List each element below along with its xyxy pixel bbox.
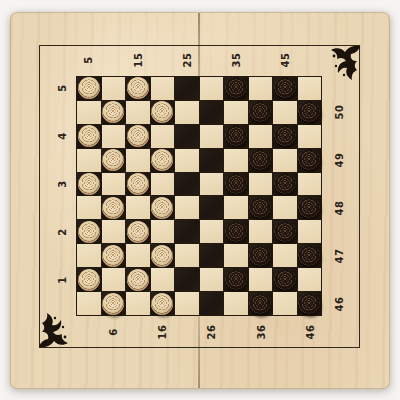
- checker-piece-light[interactable]: [102, 149, 124, 171]
- square[interactable]: [249, 244, 273, 267]
- checker-piece-dark[interactable]: [225, 77, 247, 99]
- square[interactable]: [298, 77, 322, 100]
- checker-piece-light[interactable]: [78, 173, 100, 195]
- square[interactable]: [200, 77, 224, 100]
- square[interactable]: [224, 77, 248, 100]
- square[interactable]: [151, 125, 175, 148]
- checker-piece-dark[interactable]: [298, 293, 320, 315]
- checker-piece-light[interactable]: [127, 221, 149, 243]
- square[interactable]: [175, 196, 199, 219]
- checker-piece-dark[interactable]: [274, 173, 296, 195]
- square[interactable]: [126, 268, 150, 291]
- square[interactable]: [175, 101, 199, 124]
- floral-corner-ornament-icon: [38, 313, 69, 347]
- square[interactable]: [126, 196, 150, 219]
- checker-piece-light[interactable]: [127, 77, 149, 99]
- square-number-label: 35: [230, 53, 241, 68]
- square[interactable]: [249, 220, 273, 243]
- square[interactable]: [224, 149, 248, 172]
- square[interactable]: [102, 268, 126, 291]
- square[interactable]: [175, 125, 199, 148]
- square[interactable]: [126, 125, 150, 148]
- square[interactable]: [102, 173, 126, 196]
- square[interactable]: [273, 173, 297, 196]
- checker-piece-dark[interactable]: [225, 269, 247, 291]
- checker-piece-light[interactable]: [127, 125, 149, 147]
- square[interactable]: [298, 244, 322, 267]
- square[interactable]: [249, 292, 273, 315]
- checker-piece-dark[interactable]: [249, 245, 271, 267]
- square[interactable]: [200, 149, 224, 172]
- square[interactable]: [224, 292, 248, 315]
- checker-piece-dark[interactable]: [298, 101, 320, 123]
- square[interactable]: [175, 220, 199, 243]
- square[interactable]: [175, 244, 199, 267]
- square[interactable]: [298, 125, 322, 148]
- square[interactable]: [224, 101, 248, 124]
- square[interactable]: [224, 125, 248, 148]
- square[interactable]: [224, 173, 248, 196]
- checker-piece-light[interactable]: [151, 245, 173, 267]
- square[interactable]: [151, 77, 175, 100]
- checker-piece-dark[interactable]: [298, 149, 320, 171]
- square[interactable]: [102, 149, 126, 172]
- square[interactable]: [175, 268, 199, 291]
- square[interactable]: [273, 101, 297, 124]
- checker-piece-light[interactable]: [78, 77, 100, 99]
- square[interactable]: [298, 173, 322, 196]
- square-number-label: 1: [57, 276, 68, 283]
- square[interactable]: [77, 244, 101, 267]
- square-number-label: 4: [57, 132, 68, 139]
- square[interactable]: [102, 125, 126, 148]
- square[interactable]: [77, 220, 101, 243]
- square[interactable]: [175, 292, 199, 315]
- square[interactable]: [298, 292, 322, 315]
- square-number-label: 45: [280, 53, 291, 68]
- square-number-label: 5: [83, 56, 94, 63]
- square-number-label: 3: [57, 180, 68, 187]
- square-number-label: 48: [334, 201, 345, 216]
- square[interactable]: [102, 220, 126, 243]
- square[interactable]: [249, 101, 273, 124]
- square[interactable]: [77, 292, 101, 315]
- square[interactable]: [126, 101, 150, 124]
- checker-piece-light[interactable]: [102, 245, 124, 267]
- square[interactable]: [200, 101, 224, 124]
- square[interactable]: [151, 292, 175, 315]
- checker-piece-light[interactable]: [127, 269, 149, 291]
- square[interactable]: [77, 196, 101, 219]
- square[interactable]: [102, 244, 126, 267]
- square[interactable]: [126, 149, 150, 172]
- square-number-label: 25: [181, 53, 192, 68]
- square[interactable]: [224, 220, 248, 243]
- square[interactable]: [126, 173, 150, 196]
- square[interactable]: [77, 125, 101, 148]
- square[interactable]: [249, 149, 273, 172]
- square[interactable]: [249, 173, 273, 196]
- checker-piece-light[interactable]: [127, 173, 149, 195]
- board[interactable]: [76, 76, 322, 316]
- square[interactable]: [77, 173, 101, 196]
- square[interactable]: [298, 149, 322, 172]
- square[interactable]: [175, 149, 199, 172]
- square[interactable]: [249, 77, 273, 100]
- square-number-label: 5: [57, 84, 68, 91]
- checker-piece-dark[interactable]: [298, 197, 320, 219]
- square[interactable]: [273, 268, 297, 291]
- square-number-label: 6: [107, 328, 118, 335]
- checker-piece-dark[interactable]: [249, 197, 271, 219]
- square[interactable]: [151, 149, 175, 172]
- square[interactable]: [77, 268, 101, 291]
- checker-piece-dark[interactable]: [249, 101, 271, 123]
- square[interactable]: [151, 173, 175, 196]
- square[interactable]: [102, 196, 126, 219]
- checker-piece-dark[interactable]: [298, 245, 320, 267]
- checker-piece-light[interactable]: [102, 101, 124, 123]
- square[interactable]: [249, 268, 273, 291]
- square[interactable]: [273, 77, 297, 100]
- square[interactable]: [273, 244, 297, 267]
- square[interactable]: [249, 125, 273, 148]
- square[interactable]: [151, 101, 175, 124]
- checker-piece-light[interactable]: [151, 197, 173, 219]
- checker-piece-dark[interactable]: [274, 125, 296, 147]
- board-photo: 515253545543215049484746616263646: [0, 0, 400, 400]
- square[interactable]: [200, 173, 224, 196]
- square[interactable]: [102, 77, 126, 100]
- square[interactable]: [102, 292, 126, 315]
- square[interactable]: [102, 101, 126, 124]
- square[interactable]: [175, 173, 199, 196]
- square-number-label: 2: [57, 228, 68, 235]
- square[interactable]: [77, 101, 101, 124]
- square[interactable]: [151, 196, 175, 219]
- square[interactable]: [151, 244, 175, 267]
- square[interactable]: [298, 101, 322, 124]
- square[interactable]: [77, 77, 101, 100]
- square[interactable]: [224, 268, 248, 291]
- square-number-label: 49: [334, 153, 345, 168]
- checker-piece-light[interactable]: [151, 101, 173, 123]
- square-number-label: 46: [334, 297, 345, 312]
- square-number-label: 26: [206, 325, 217, 340]
- square[interactable]: [224, 244, 248, 267]
- square[interactable]: [151, 268, 175, 291]
- square[interactable]: [273, 196, 297, 219]
- square-number-label: 46: [304, 325, 315, 340]
- checker-piece-light[interactable]: [102, 293, 124, 315]
- square[interactable]: [126, 292, 150, 315]
- square[interactable]: [175, 77, 199, 100]
- square[interactable]: [200, 268, 224, 291]
- square[interactable]: [200, 292, 224, 315]
- square[interactable]: [249, 196, 273, 219]
- checker-piece-dark[interactable]: [249, 293, 271, 315]
- square[interactable]: [273, 220, 297, 243]
- square-number-label: 47: [334, 249, 345, 264]
- checker-piece-dark[interactable]: [225, 125, 247, 147]
- square[interactable]: [200, 196, 224, 219]
- checker-piece-light[interactable]: [78, 221, 100, 243]
- checker-piece-light[interactable]: [102, 197, 124, 219]
- square[interactable]: [273, 149, 297, 172]
- square[interactable]: [126, 244, 150, 267]
- checker-piece-light[interactable]: [151, 149, 173, 171]
- square[interactable]: [126, 220, 150, 243]
- square[interactable]: [126, 77, 150, 100]
- square[interactable]: [273, 125, 297, 148]
- square[interactable]: [298, 196, 322, 219]
- checker-piece-light[interactable]: [151, 293, 173, 315]
- square[interactable]: [200, 244, 224, 267]
- square[interactable]: [151, 220, 175, 243]
- checker-piece-dark[interactable]: [274, 269, 296, 291]
- square[interactable]: [224, 196, 248, 219]
- checker-piece-dark[interactable]: [225, 173, 247, 195]
- checker-piece-light[interactable]: [78, 125, 100, 147]
- checker-piece-dark[interactable]: [225, 221, 247, 243]
- square-number-label: 15: [132, 53, 143, 68]
- square[interactable]: [200, 125, 224, 148]
- checker-piece-dark[interactable]: [249, 149, 271, 171]
- checker-piece-light[interactable]: [78, 269, 100, 291]
- square[interactable]: [77, 149, 101, 172]
- square-number-label: 16: [157, 325, 168, 340]
- square-number-label: 50: [334, 105, 345, 120]
- square-number-label: 36: [255, 325, 266, 340]
- square[interactable]: [273, 292, 297, 315]
- checker-piece-dark[interactable]: [274, 221, 296, 243]
- square[interactable]: [298, 268, 322, 291]
- checker-piece-dark[interactable]: [274, 77, 296, 99]
- floral-corner-ornament-icon: [330, 46, 361, 80]
- square[interactable]: [298, 220, 322, 243]
- square[interactable]: [200, 220, 224, 243]
